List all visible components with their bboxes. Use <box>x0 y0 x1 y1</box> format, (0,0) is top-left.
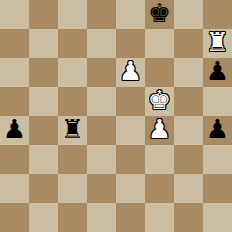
square-d4[interactable] <box>87 116 116 145</box>
square-b7[interactable] <box>29 29 58 58</box>
square-f2[interactable] <box>145 174 174 203</box>
square-a3[interactable] <box>0 145 29 174</box>
square-d7[interactable] <box>87 29 116 58</box>
square-c6[interactable] <box>58 58 87 87</box>
square-g1[interactable] <box>174 203 203 232</box>
black-rook[interactable]: ♜ <box>61 115 84 144</box>
square-b3[interactable] <box>29 145 58 174</box>
square-c5[interactable] <box>58 87 87 116</box>
square-a6[interactable] <box>0 58 29 87</box>
black-pawn[interactable]: ♟ <box>3 115 26 144</box>
square-c2[interactable] <box>58 174 87 203</box>
square-f4[interactable]: ♟ <box>145 116 174 145</box>
black-pawn[interactable]: ♟ <box>206 115 229 144</box>
white-rook[interactable]: ♜ <box>206 28 229 57</box>
square-b8[interactable] <box>29 0 58 29</box>
square-d3[interactable] <box>87 145 116 174</box>
square-g8[interactable] <box>174 0 203 29</box>
black-pawn[interactable]: ♟ <box>206 57 229 86</box>
square-g5[interactable] <box>174 87 203 116</box>
square-g6[interactable] <box>174 58 203 87</box>
square-b4[interactable] <box>29 116 58 145</box>
square-b5[interactable] <box>29 87 58 116</box>
square-d1[interactable] <box>87 203 116 232</box>
square-h3[interactable] <box>203 145 232 174</box>
square-h4[interactable]: ♟ <box>203 116 232 145</box>
square-b2[interactable] <box>29 174 58 203</box>
square-e3[interactable] <box>116 145 145 174</box>
square-h5[interactable] <box>203 87 232 116</box>
black-king[interactable]: ♚ <box>148 0 171 28</box>
square-h2[interactable] <box>203 174 232 203</box>
square-d6[interactable] <box>87 58 116 87</box>
square-a8[interactable] <box>0 0 29 29</box>
square-a1[interactable] <box>0 203 29 232</box>
square-h8[interactable] <box>203 0 232 29</box>
square-g7[interactable] <box>174 29 203 58</box>
square-f6[interactable] <box>145 58 174 87</box>
square-f5[interactable]: ♚ <box>145 87 174 116</box>
square-e6[interactable]: ♟ <box>116 58 145 87</box>
square-c4[interactable]: ♜ <box>58 116 87 145</box>
white-pawn[interactable]: ♟ <box>119 57 142 86</box>
chess-board: ♚♜♟♟♚♟♜♟♟ <box>0 0 232 232</box>
square-f7[interactable] <box>145 29 174 58</box>
square-g4[interactable] <box>174 116 203 145</box>
square-c1[interactable] <box>58 203 87 232</box>
square-e5[interactable] <box>116 87 145 116</box>
square-e2[interactable] <box>116 174 145 203</box>
square-g2[interactable] <box>174 174 203 203</box>
square-f3[interactable] <box>145 145 174 174</box>
square-e4[interactable] <box>116 116 145 145</box>
square-h7[interactable]: ♜ <box>203 29 232 58</box>
square-b6[interactable] <box>29 58 58 87</box>
square-d8[interactable] <box>87 0 116 29</box>
square-e8[interactable] <box>116 0 145 29</box>
square-d2[interactable] <box>87 174 116 203</box>
square-b1[interactable] <box>29 203 58 232</box>
square-h1[interactable] <box>203 203 232 232</box>
square-a7[interactable] <box>0 29 29 58</box>
square-g3[interactable] <box>174 145 203 174</box>
square-e1[interactable] <box>116 203 145 232</box>
square-d5[interactable] <box>87 87 116 116</box>
square-h6[interactable]: ♟ <box>203 58 232 87</box>
square-f8[interactable]: ♚ <box>145 0 174 29</box>
square-a4[interactable]: ♟ <box>0 116 29 145</box>
square-f1[interactable] <box>145 203 174 232</box>
white-pawn[interactable]: ♟ <box>148 115 171 144</box>
square-a2[interactable] <box>0 174 29 203</box>
square-e7[interactable] <box>116 29 145 58</box>
square-c7[interactable] <box>58 29 87 58</box>
white-king[interactable]: ♚ <box>148 86 171 115</box>
square-a5[interactable] <box>0 87 29 116</box>
square-c8[interactable] <box>58 0 87 29</box>
square-c3[interactable] <box>58 145 87 174</box>
